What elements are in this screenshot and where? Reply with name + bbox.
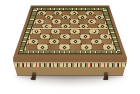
square-f1[interactable] [81, 44, 92, 50]
photo-stage [0, 0, 140, 94]
board-row-1 [26, 44, 114, 50]
square-g1[interactable] [92, 44, 103, 50]
square-h1[interactable] [103, 44, 114, 50]
square-a1[interactable] [26, 44, 37, 50]
square-c1[interactable] [48, 44, 59, 50]
square-e1[interactable] [70, 44, 81, 50]
square-b1[interactable] [37, 44, 48, 50]
square-d1[interactable] [59, 44, 70, 50]
latch-left-icon[interactable] [32, 71, 36, 78]
latch-right-icon[interactable] [103, 72, 107, 79]
